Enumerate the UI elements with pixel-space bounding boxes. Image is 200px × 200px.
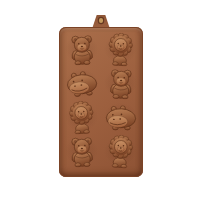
hippo-relief	[102, 103, 139, 131]
cavity-bear	[101, 66, 140, 100]
chocolate-mold	[59, 27, 143, 177]
bear-relief	[67, 33, 96, 66]
lion-relief	[65, 100, 98, 135]
bear-relief	[67, 135, 96, 168]
product-photo	[0, 0, 200, 200]
hippo-relief	[63, 68, 101, 97]
lion-relief	[104, 32, 137, 67]
lion-relief	[104, 133, 137, 168]
cavity-hippo	[101, 100, 140, 134]
cavity-bear	[62, 134, 101, 168]
cavity-hippo	[62, 66, 101, 100]
mold-grid	[62, 32, 140, 168]
cavity-lion	[101, 134, 140, 168]
bear-relief	[106, 67, 135, 100]
cavity-lion	[101, 32, 140, 66]
hanging-hole	[99, 18, 104, 23]
cavity-bear	[62, 32, 101, 66]
cavity-lion	[62, 100, 101, 134]
